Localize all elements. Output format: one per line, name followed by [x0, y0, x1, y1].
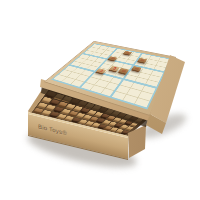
brand-logo: Bio Toys®: [38, 123, 67, 136]
product-photo-scene: Bio Toys® 53: [0, 0, 200, 200]
